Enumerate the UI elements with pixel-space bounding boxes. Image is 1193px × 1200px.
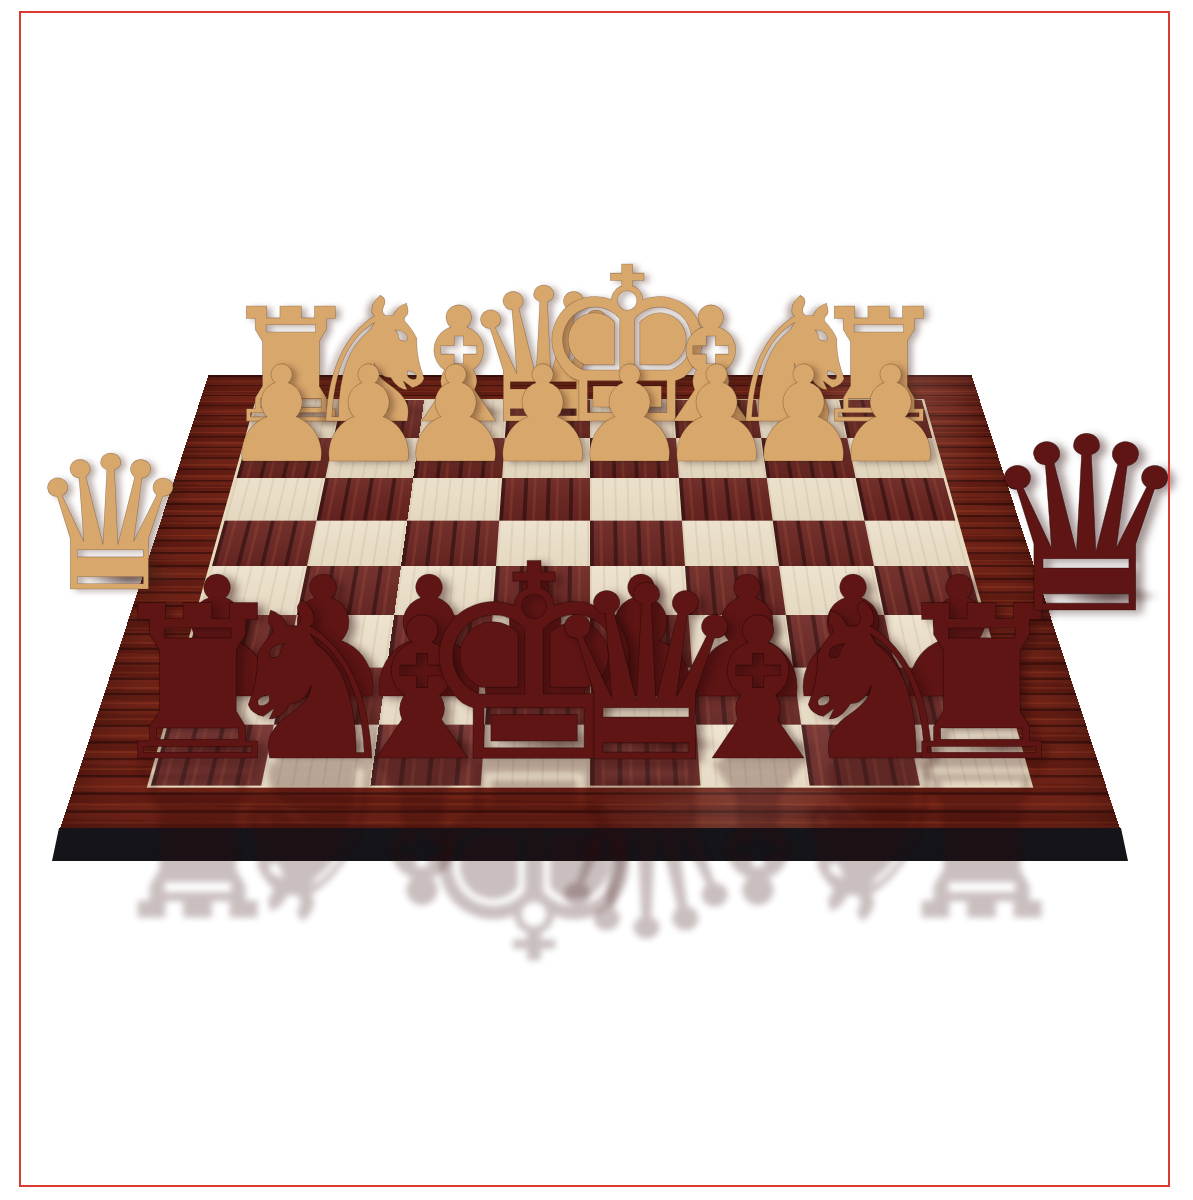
red-queen: ♛ — [978, 405, 1193, 647]
white-queen: ♛ — [27, 432, 194, 618]
white-pawn: ♟ — [831, 349, 950, 482]
chess-set-product-photo: ♜♞♝♛♚♝♞♜♟♟♟♟♟♟♟♟♟♟♟♟♟♟♟♟♜♜♞♞♝♝♚♚♛♛♝♝♞♞♜♜… — [0, 0, 1193, 1200]
